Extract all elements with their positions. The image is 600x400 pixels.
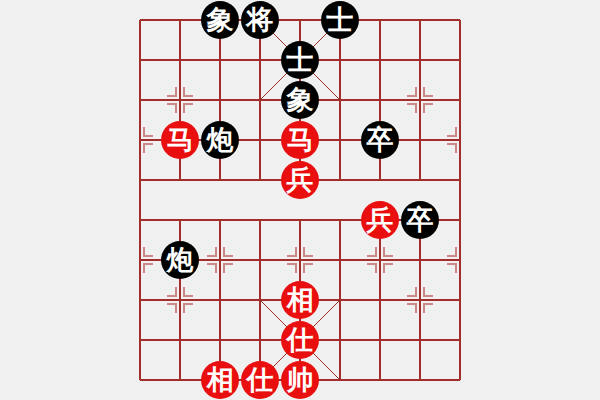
piece-red-horse[interactable]: 马 bbox=[161, 121, 199, 159]
piece-red-horse[interactable]: 马 bbox=[281, 121, 319, 159]
piece-red-advisor[interactable]: 仕 bbox=[281, 321, 319, 359]
piece-red-general[interactable]: 帅 bbox=[281, 361, 319, 399]
xiangqi-board[interactable]: 象将士士象马炮马卒兵兵卒炮相仕相仕帅 bbox=[120, 0, 480, 400]
piece-black-elephant[interactable]: 象 bbox=[201, 1, 239, 39]
piece-red-advisor[interactable]: 仕 bbox=[241, 361, 279, 399]
piece-black-elephant[interactable]: 象 bbox=[281, 81, 319, 119]
piece-red-soldier[interactable]: 兵 bbox=[361, 201, 399, 239]
piece-red-elephant[interactable]: 相 bbox=[281, 281, 319, 319]
piece-black-soldier[interactable]: 卒 bbox=[401, 201, 439, 239]
piece-black-general[interactable]: 将 bbox=[241, 1, 279, 39]
piece-black-cannon[interactable]: 炮 bbox=[161, 241, 199, 279]
piece-black-cannon[interactable]: 炮 bbox=[201, 121, 239, 159]
piece-black-soldier[interactable]: 卒 bbox=[361, 121, 399, 159]
piece-black-advisor[interactable]: 士 bbox=[321, 1, 359, 39]
piece-red-soldier[interactable]: 兵 bbox=[281, 161, 319, 199]
piece-black-advisor[interactable]: 士 bbox=[281, 41, 319, 79]
piece-red-elephant[interactable]: 相 bbox=[201, 361, 239, 399]
